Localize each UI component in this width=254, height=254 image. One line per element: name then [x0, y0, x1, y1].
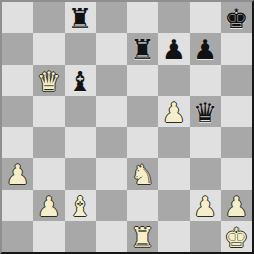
square-d8[interactable] [96, 2, 127, 33]
square-h7[interactable] [221, 33, 252, 64]
chess-board: ♜♚♜♟♟♛♝♟♛♟♞♟♝♟♟♜♚ [2, 2, 252, 252]
square-c3[interactable] [65, 158, 96, 189]
black-queen[interactable]: ♛ [193, 99, 217, 126]
square-h6[interactable] [221, 65, 252, 96]
white-knight[interactable]: ♞ [131, 161, 155, 188]
square-h8[interactable]: ♚ [221, 2, 252, 33]
square-e7[interactable]: ♜ [127, 33, 158, 64]
square-d1[interactable] [96, 221, 127, 252]
square-a4[interactable] [2, 127, 33, 158]
white-queen[interactable]: ♛ [37, 68, 61, 95]
square-d6[interactable] [96, 65, 127, 96]
black-pawn[interactable]: ♟ [162, 36, 186, 63]
square-b5[interactable] [33, 96, 64, 127]
square-h3[interactable] [221, 158, 252, 189]
square-b4[interactable] [33, 127, 64, 158]
square-b6[interactable]: ♛ [33, 65, 64, 96]
square-f4[interactable] [158, 127, 189, 158]
square-b2[interactable]: ♟ [33, 190, 64, 221]
square-h2[interactable]: ♟ [221, 190, 252, 221]
black-rook[interactable]: ♜ [68, 5, 92, 32]
square-e5[interactable] [127, 96, 158, 127]
square-c2[interactable]: ♝ [65, 190, 96, 221]
square-g5[interactable]: ♛ [190, 96, 221, 127]
square-c8[interactable]: ♜ [65, 2, 96, 33]
white-pawn[interactable]: ♟ [162, 99, 186, 126]
square-h4[interactable] [221, 127, 252, 158]
square-e4[interactable] [127, 127, 158, 158]
square-b7[interactable] [33, 33, 64, 64]
black-pawn[interactable]: ♟ [193, 36, 217, 63]
black-rook[interactable]: ♜ [131, 36, 155, 63]
square-g4[interactable] [190, 127, 221, 158]
square-e6[interactable] [127, 65, 158, 96]
square-a2[interactable] [2, 190, 33, 221]
square-f2[interactable] [158, 190, 189, 221]
square-c7[interactable] [65, 33, 96, 64]
square-a3[interactable]: ♟ [2, 158, 33, 189]
square-e8[interactable] [127, 2, 158, 33]
white-pawn[interactable]: ♟ [6, 161, 30, 188]
square-e1[interactable]: ♜ [127, 221, 158, 252]
square-f5[interactable]: ♟ [158, 96, 189, 127]
square-f7[interactable]: ♟ [158, 33, 189, 64]
square-f3[interactable] [158, 158, 189, 189]
square-a8[interactable] [2, 2, 33, 33]
square-d2[interactable] [96, 190, 127, 221]
square-h1[interactable]: ♚ [221, 221, 252, 252]
square-g3[interactable] [190, 158, 221, 189]
square-e3[interactable]: ♞ [127, 158, 158, 189]
square-f6[interactable] [158, 65, 189, 96]
square-d4[interactable] [96, 127, 127, 158]
square-g8[interactable] [190, 2, 221, 33]
square-c4[interactable] [65, 127, 96, 158]
square-g2[interactable]: ♟ [190, 190, 221, 221]
square-e2[interactable] [127, 190, 158, 221]
square-d5[interactable] [96, 96, 127, 127]
square-c5[interactable] [65, 96, 96, 127]
square-f1[interactable] [158, 221, 189, 252]
white-pawn[interactable]: ♟ [37, 193, 61, 220]
board-frame: ♜♚♜♟♟♛♝♟♛♟♞♟♝♟♟♜♚ [0, 0, 254, 254]
square-g7[interactable]: ♟ [190, 33, 221, 64]
square-c1[interactable] [65, 221, 96, 252]
square-a6[interactable] [2, 65, 33, 96]
square-a1[interactable] [2, 221, 33, 252]
white-pawn[interactable]: ♟ [224, 193, 248, 220]
square-a5[interactable] [2, 96, 33, 127]
square-a7[interactable] [2, 33, 33, 64]
black-king[interactable]: ♚ [224, 5, 248, 32]
square-d3[interactable] [96, 158, 127, 189]
white-pawn[interactable]: ♟ [193, 193, 217, 220]
black-bishop[interactable]: ♝ [68, 68, 92, 95]
square-f8[interactable] [158, 2, 189, 33]
square-g1[interactable] [190, 221, 221, 252]
square-h5[interactable] [221, 96, 252, 127]
white-rook[interactable]: ♜ [131, 224, 155, 251]
square-b3[interactable] [33, 158, 64, 189]
square-b1[interactable] [33, 221, 64, 252]
square-b8[interactable] [33, 2, 64, 33]
square-g6[interactable] [190, 65, 221, 96]
square-c6[interactable]: ♝ [65, 65, 96, 96]
square-d7[interactable] [96, 33, 127, 64]
white-bishop[interactable]: ♝ [68, 193, 92, 220]
white-king[interactable]: ♚ [224, 224, 248, 251]
